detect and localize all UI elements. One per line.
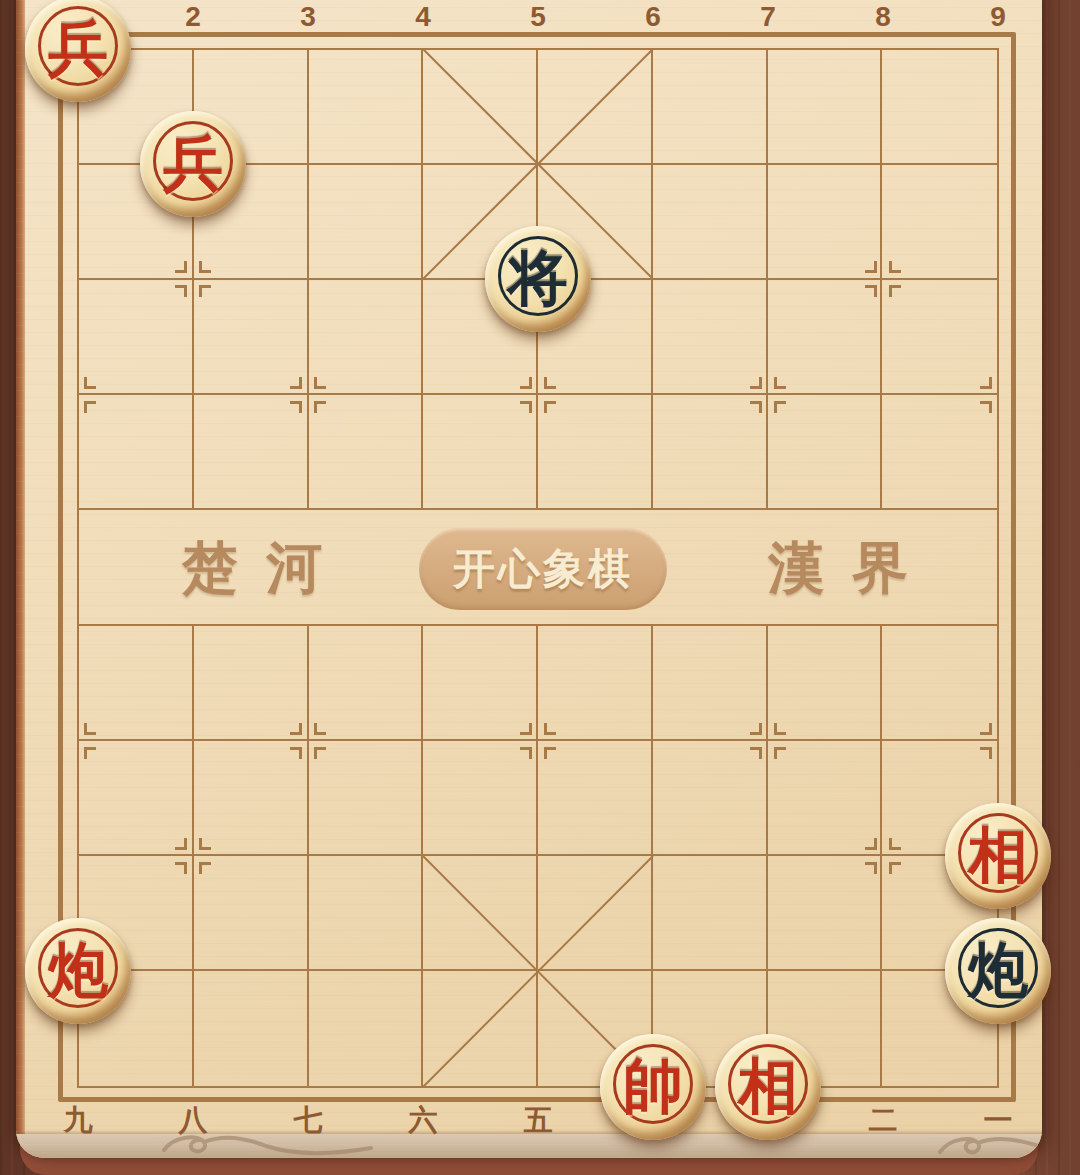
file-label-top: 9 [990, 1, 1006, 33]
piece-character: 兵 [25, 3, 131, 95]
piece-red-soldier[interactable]: 兵 [140, 111, 246, 217]
xiangqi-app-screen: 楚河 漢界 开心象棋 123456789九八七六五四三二一兵兵将相炮炮帥相 [0, 0, 1080, 1175]
piece-red-elephant[interactable]: 相 [945, 803, 1051, 909]
board-cell [538, 856, 653, 971]
board-cell [538, 50, 653, 165]
file-label-bottom: 六 [409, 1101, 438, 1141]
point-marker [774, 377, 786, 389]
point-marker [84, 723, 96, 735]
point-marker [980, 747, 992, 759]
point-marker [520, 747, 532, 759]
point-marker [175, 862, 187, 874]
board-cell [423, 971, 538, 1086]
board-cell [309, 971, 424, 1086]
point-marker [774, 723, 786, 735]
board-cell [309, 856, 424, 971]
piece-black-general[interactable]: 将 [485, 226, 591, 332]
file-label-bottom: 九 [64, 1101, 93, 1141]
point-marker [520, 377, 532, 389]
file-label-top: 2 [185, 1, 201, 33]
board-cell [882, 50, 997, 165]
piece-character: 兵 [140, 118, 246, 210]
board-cell [653, 856, 768, 971]
board-cell [79, 280, 194, 395]
point-marker [980, 401, 992, 413]
file-label-top: 8 [875, 1, 891, 33]
piece-character: 炮 [25, 925, 131, 1017]
piece-black-cannon[interactable]: 炮 [945, 918, 1051, 1024]
piece-character: 相 [945, 810, 1051, 902]
point-marker [865, 261, 877, 273]
point-marker [980, 723, 992, 735]
file-label-bottom: 八 [179, 1101, 208, 1141]
file-label-bottom: 五 [524, 1101, 553, 1141]
board-cell [423, 856, 538, 971]
point-marker [774, 747, 786, 759]
point-marker [544, 401, 556, 413]
piece-red-cannon[interactable]: 炮 [25, 918, 131, 1024]
piece-red-elephant[interactable]: 相 [715, 1034, 821, 1140]
file-label-bottom: 七 [294, 1101, 323, 1141]
piece-character: 炮 [945, 925, 1051, 1017]
point-marker [774, 401, 786, 413]
point-marker [84, 747, 96, 759]
board-cell [309, 165, 424, 280]
point-marker [520, 723, 532, 735]
board-cell [653, 50, 768, 165]
point-marker [750, 747, 762, 759]
point-marker [290, 747, 302, 759]
point-marker [750, 723, 762, 735]
file-label-top: 3 [300, 1, 316, 33]
point-marker [290, 401, 302, 413]
board-cell [309, 50, 424, 165]
file-label-bottom: 二 [869, 1101, 898, 1141]
point-marker [750, 401, 762, 413]
board-cell [653, 165, 768, 280]
board-cell [423, 50, 538, 165]
point-marker [889, 838, 901, 850]
board-cell [194, 971, 309, 1086]
piece-character: 相 [715, 1041, 821, 1133]
point-marker [314, 747, 326, 759]
app-logo-badge: 开心象棋 [419, 528, 667, 610]
point-marker [889, 261, 901, 273]
point-marker [199, 838, 211, 850]
point-marker [544, 723, 556, 735]
point-marker [290, 723, 302, 735]
point-marker [980, 377, 992, 389]
point-marker [889, 285, 901, 297]
point-marker [199, 261, 211, 273]
point-marker [865, 862, 877, 874]
point-marker [175, 838, 187, 850]
piece-red-soldier[interactable]: 兵 [25, 0, 131, 102]
piece-red-general[interactable]: 帥 [600, 1034, 706, 1140]
point-marker [199, 862, 211, 874]
river-label-right: 漢界 [740, 531, 936, 607]
point-marker [889, 862, 901, 874]
point-marker [199, 285, 211, 297]
board-cell [768, 50, 883, 165]
board-cell [79, 626, 194, 741]
point-marker [314, 401, 326, 413]
point-marker [84, 401, 96, 413]
point-marker [865, 285, 877, 297]
piece-character: 帥 [600, 1041, 706, 1133]
point-marker [544, 747, 556, 759]
point-marker [750, 377, 762, 389]
app-logo-text: 开心象棋 [453, 541, 633, 597]
river-label-left: 楚河 [154, 531, 350, 607]
point-marker [544, 377, 556, 389]
point-marker [314, 723, 326, 735]
board-cell [79, 395, 194, 510]
file-label-top: 6 [645, 1, 661, 33]
point-marker [175, 261, 187, 273]
piece-character: 将 [485, 233, 591, 325]
point-marker [865, 838, 877, 850]
point-marker [290, 377, 302, 389]
point-marker [314, 377, 326, 389]
file-label-top: 7 [760, 1, 776, 33]
file-label-bottom: 一 [984, 1101, 1013, 1141]
file-label-top: 4 [415, 1, 431, 33]
point-marker [84, 377, 96, 389]
file-label-top: 5 [530, 1, 546, 33]
point-marker [175, 285, 187, 297]
point-marker [520, 401, 532, 413]
